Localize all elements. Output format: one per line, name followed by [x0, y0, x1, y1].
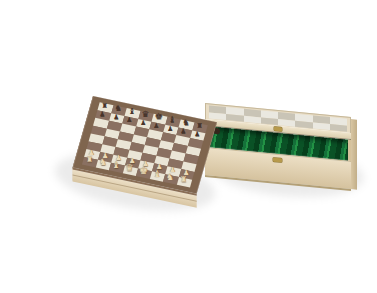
piece-dark-pawn: ♟	[140, 120, 146, 127]
piece-light-knight: ♞	[99, 158, 107, 167]
piece-dark-queen: ♛	[141, 110, 149, 119]
piece-light-queen: ♛	[125, 163, 134, 173]
piece-light-knight: ♞	[166, 173, 174, 182]
square: ♜	[176, 177, 192, 188]
product-photo-stage: ♜♞♝♛♚♝♞♜♟♟♟♟♟♟♟♟♟♟♟♟♟♟♟♟♜♞♝♛♚♝♞♜	[0, 0, 377, 293]
piece-dark-bishop: ♝	[128, 108, 135, 116]
piece-dark-bishop: ♝	[169, 116, 176, 124]
piece-light-rook: ♜	[180, 177, 187, 185]
piece-dark-rook: ♜	[196, 123, 202, 130]
piece-dark-pawn: ♟	[113, 114, 119, 121]
piece-light-rook: ♜	[86, 156, 93, 164]
lid-clasp	[274, 127, 282, 132]
piece-dark-pawn: ♟	[154, 123, 160, 130]
piece-light-king: ♚	[139, 166, 148, 176]
piece-dark-knight: ♞	[115, 105, 122, 113]
piece-light-bishop: ♝	[153, 170, 161, 179]
piece-dark-pawn: ♟	[167, 125, 173, 132]
piece-dark-pawn: ♟	[127, 117, 133, 124]
piece-light-bishop: ♝	[112, 161, 120, 170]
piece-dark-knight: ♞	[182, 119, 189, 127]
front-latch	[273, 158, 282, 163]
box-end-face	[351, 119, 357, 190]
piece-dark-pawn: ♟	[194, 131, 200, 138]
piece-dark-king: ♚	[155, 112, 163, 121]
piece-dark-rook: ♜	[102, 103, 108, 110]
storage-box	[205, 103, 351, 191]
piece-dark-pawn: ♟	[181, 128, 187, 135]
piece-dark-pawn: ♟	[100, 111, 106, 118]
